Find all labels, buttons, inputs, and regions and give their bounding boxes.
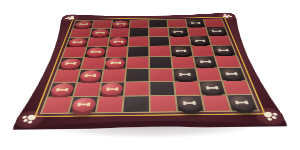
dark-piece[interactable]: [186, 19, 204, 26]
bone-icon: [112, 40, 124, 43]
square-r2c5[interactable]: [170, 36, 190, 45]
square-r2c4[interactable]: [150, 37, 169, 46]
dark-piece[interactable]: [220, 68, 245, 80]
bone-icon: [89, 50, 102, 53]
dark-piece[interactable]: [171, 46, 191, 55]
square-r0c5[interactable]: [168, 19, 187, 27]
square-r5c0[interactable]: [53, 70, 79, 82]
square-r3c4[interactable]: [150, 46, 170, 56]
square-r5c7[interactable]: [219, 68, 245, 80]
bone-icon: [211, 30, 223, 33]
square-r0c3[interactable]: [130, 20, 148, 28]
square-r6c3[interactable]: [125, 82, 149, 96]
square-r6c7[interactable]: [223, 81, 251, 95]
square-r4c1[interactable]: [81, 58, 104, 69]
square-r4c2[interactable]: [104, 57, 126, 68]
square-r6c1[interactable]: [74, 83, 100, 97]
red-piece[interactable]: [49, 83, 75, 96]
board-grid: [40, 18, 260, 114]
square-r2c0[interactable]: [67, 38, 89, 47]
red-piece[interactable]: [59, 58, 82, 69]
square-r3c6[interactable]: [191, 46, 213, 56]
square-r3c0[interactable]: [63, 47, 86, 57]
bone-icon: [217, 49, 230, 52]
checkers-board: [10, 12, 290, 130]
dark-piece[interactable]: [169, 28, 187, 36]
bone-icon: [234, 100, 251, 105]
square-r2c7[interactable]: [209, 36, 231, 45]
square-r2c6[interactable]: [189, 36, 210, 45]
bone-icon: [115, 23, 126, 25]
bone-icon: [194, 39, 206, 42]
square-r1c4[interactable]: [149, 28, 168, 36]
red-piece[interactable]: [74, 21, 93, 28]
bone-icon: [78, 23, 90, 25]
square-r4c0[interactable]: [58, 58, 82, 69]
red-piece[interactable]: [91, 29, 110, 37]
bone-icon: [178, 72, 192, 76]
square-r5c2[interactable]: [102, 69, 126, 81]
square-r1c6[interactable]: [188, 27, 208, 35]
bone-icon: [83, 74, 97, 78]
bone-icon: [172, 30, 184, 33]
dark-piece[interactable]: [190, 36, 210, 45]
square-r0c1[interactable]: [92, 20, 111, 28]
bone-icon: [175, 49, 188, 52]
dark-piece[interactable]: [213, 46, 235, 55]
square-r4c4[interactable]: [150, 57, 172, 68]
square-r0c7[interactable]: [204, 19, 224, 27]
square-r1c2[interactable]: [110, 28, 129, 36]
red-piece[interactable]: [78, 70, 101, 82]
dark-piece[interactable]: [194, 57, 216, 67]
square-r3c3[interactable]: [128, 47, 148, 57]
red-piece[interactable]: [85, 47, 106, 57]
red-piece[interactable]: [100, 83, 123, 96]
square-r4c5[interactable]: [172, 57, 195, 68]
square-r1c0[interactable]: [70, 29, 91, 37]
square-r1c7[interactable]: [207, 27, 228, 35]
square-r5c1[interactable]: [78, 69, 103, 81]
square-r7c2[interactable]: [96, 97, 123, 112]
square-r6c4[interactable]: [150, 82, 174, 96]
square-r7c1[interactable]: [69, 97, 97, 112]
bone-icon: [225, 72, 240, 76]
square-r4c7[interactable]: [216, 56, 241, 67]
bone-icon: [54, 87, 70, 91]
square-r5c3[interactable]: [126, 69, 149, 81]
square-r1c1[interactable]: [90, 28, 110, 36]
square-r0c4[interactable]: [149, 20, 167, 28]
red-piece[interactable]: [112, 20, 129, 27]
dark-piece[interactable]: [174, 69, 196, 81]
bone-icon: [181, 101, 197, 106]
square-r4c3[interactable]: [127, 57, 148, 68]
dark-piece[interactable]: [177, 96, 202, 110]
square-r0c2[interactable]: [111, 20, 129, 28]
red-piece[interactable]: [67, 38, 88, 47]
bone-icon: [64, 62, 78, 66]
bone-icon: [105, 87, 120, 91]
square-r6c0[interactable]: [48, 83, 76, 97]
bone-icon: [94, 31, 106, 34]
square-r7c5[interactable]: [176, 96, 203, 111]
square-r7c7[interactable]: [228, 95, 258, 110]
square-r1c5[interactable]: [169, 28, 188, 36]
square-r5c5[interactable]: [173, 68, 197, 80]
square-r7c4[interactable]: [151, 96, 177, 111]
square-r7c6[interactable]: [202, 96, 230, 111]
square-r0c0[interactable]: [73, 21, 93, 29]
square-r2c2[interactable]: [108, 37, 128, 46]
square-r2c1[interactable]: [87, 37, 108, 46]
square-r7c0[interactable]: [42, 97, 72, 112]
dark-piece[interactable]: [207, 27, 227, 35]
bone-icon: [198, 60, 212, 64]
bone-icon: [109, 61, 122, 65]
dark-piece[interactable]: [228, 96, 256, 110]
bone-icon: [75, 102, 91, 107]
red-piece[interactable]: [105, 58, 126, 68]
checkers-photo: [0, 0, 300, 150]
square-r2c3[interactable]: [129, 37, 148, 46]
dark-piece[interactable]: [200, 81, 225, 94]
square-r7c3[interactable]: [124, 96, 149, 111]
square-r5c4[interactable]: [150, 69, 173, 81]
bone-icon: [71, 41, 84, 44]
square-r6c2[interactable]: [99, 82, 124, 96]
red-piece[interactable]: [70, 98, 96, 113]
square-r6c6[interactable]: [199, 81, 226, 95]
square-r3c1[interactable]: [84, 47, 106, 57]
bone-icon: [190, 22, 201, 24]
square-r4c6[interactable]: [194, 56, 218, 67]
square-r0c6[interactable]: [186, 19, 205, 27]
square-r3c7[interactable]: [212, 46, 235, 56]
red-piece[interactable]: [109, 37, 128, 46]
bone-icon: [204, 86, 219, 90]
square-r3c2[interactable]: [106, 47, 127, 57]
square-r3c5[interactable]: [171, 46, 192, 56]
square-r6c5[interactable]: [175, 81, 200, 95]
square-r5c6[interactable]: [196, 68, 221, 80]
square-r1c3[interactable]: [130, 28, 148, 36]
